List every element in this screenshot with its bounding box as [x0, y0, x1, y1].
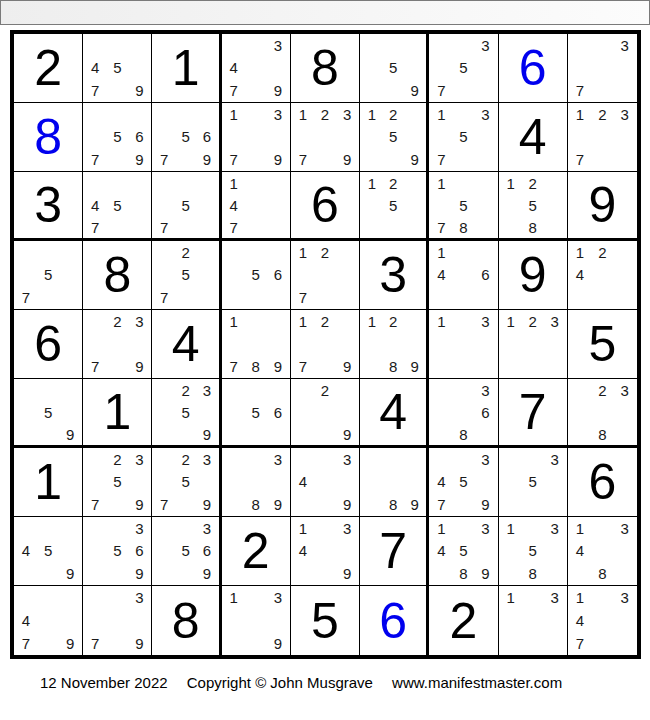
cell-r1c6[interactable]: 59 [360, 34, 429, 103]
pencil-mark-6 [474, 194, 496, 216]
cell-r6c9[interactable]: 238 [568, 379, 637, 448]
pencil-mark-9: 9 [267, 632, 289, 655]
cell-r7c4[interactable]: 389 [222, 448, 291, 517]
cell-r2c7[interactable]: 1357 [429, 103, 498, 172]
cell-r5c7[interactable]: 13 [429, 310, 498, 379]
pencil-mark-3: 3 [614, 103, 636, 126]
pencil-mark-8 [245, 216, 267, 238]
pencil-mark-5 [245, 57, 267, 80]
pencil-mark-1: 1 [223, 310, 245, 333]
pencil-mark-5: 5 [175, 126, 196, 149]
pencil-marks: 3569 [153, 517, 217, 585]
pencil-mark-2: 2 [591, 379, 613, 401]
pencil-mark-5 [106, 333, 128, 356]
pencil-mark-1: 1 [569, 517, 591, 540]
pencil-mark-3: 3 [474, 34, 496, 57]
pencil-mark-2 [591, 586, 613, 609]
pencil-mark-6 [128, 333, 150, 356]
pencil-mark-7: 7 [223, 148, 245, 171]
pencil-mark-5: 5 [175, 471, 196, 494]
pencil-mark-1 [500, 448, 522, 471]
given-digit: 8 [172, 596, 200, 646]
pencil-mark-2: 2 [314, 241, 336, 264]
pencil-mark-8 [452, 148, 474, 171]
pencil-mark-7 [430, 355, 452, 378]
pencil-mark-7 [430, 562, 452, 585]
pencil-marks: 479 [15, 586, 81, 655]
cell-r4c6[interactable]: 3 [360, 241, 429, 310]
cell-r3c7[interactable]: 1578 [429, 172, 498, 241]
pencil-mark-9 [614, 423, 636, 445]
pencil-mark-5: 5 [452, 540, 474, 563]
cell-r9c2[interactable]: 379 [83, 586, 152, 655]
pencil-mark-7: 7 [84, 493, 106, 516]
cell-r2c4[interactable]: 1379 [222, 103, 291, 172]
pencil-mark-3 [59, 241, 81, 264]
pencil-mark-7 [153, 562, 174, 585]
pencil-mark-9 [544, 562, 566, 585]
pencil-mark-7 [15, 562, 37, 585]
given-digit: 6 [34, 319, 62, 369]
pencil-marks: 1379 [223, 103, 289, 171]
pencil-mark-9 [196, 216, 217, 238]
pencil-mark-4 [500, 333, 522, 356]
pencil-mark-7 [223, 632, 245, 655]
pencil-mark-9: 9 [59, 632, 81, 655]
pencil-mark-6 [336, 333, 358, 356]
pencil-mark-9: 9 [336, 148, 358, 171]
pencil-mark-1: 1 [292, 103, 314, 126]
cell-r2c3[interactable]: 5679 [152, 103, 221, 172]
pencil-mark-5: 5 [106, 126, 128, 149]
pencil-mark-6 [267, 126, 289, 149]
pencil-marks: 368 [430, 379, 496, 445]
pencil-mark-1: 1 [361, 103, 382, 126]
cell-r4c5[interactable]: 127 [291, 241, 360, 310]
pencil-mark-1: 1 [361, 310, 382, 333]
pencil-mark-1 [15, 379, 37, 401]
pencil-marks: 1258 [500, 172, 566, 238]
cell-r6c6[interactable]: 4 [360, 379, 429, 448]
pencil-mark-6: 6 [196, 540, 217, 563]
cell-r8c1[interactable]: 459 [14, 517, 83, 586]
pencil-mark-4 [361, 194, 382, 216]
pencil-mark-2 [106, 172, 128, 194]
cell-r8c9[interactable]: 1348 [568, 517, 637, 586]
pencil-mark-7: 7 [430, 216, 452, 238]
pencil-mark-4 [500, 609, 522, 632]
pencil-mark-7: 7 [430, 79, 452, 102]
pencil-mark-3 [336, 379, 358, 401]
pencil-mark-2: 2 [522, 310, 544, 333]
cell-r7c1[interactable]: 1 [14, 448, 83, 517]
pencil-mark-9 [544, 355, 566, 378]
pencil-mark-5: 5 [37, 540, 59, 563]
entered-digit: 6 [519, 43, 547, 93]
cell-r5c8[interactable]: 123 [499, 310, 568, 379]
cell-r9c6[interactable]: 6 [360, 586, 429, 655]
pencil-mark-1: 1 [430, 517, 452, 540]
cell-r1c4[interactable]: 3479 [222, 34, 291, 103]
cell-r7c7[interactable]: 34579 [429, 448, 498, 517]
pencil-mark-2 [106, 586, 128, 609]
pencil-mark-1 [84, 586, 106, 609]
pencil-mark-8 [245, 423, 267, 445]
pencil-mark-3: 3 [614, 517, 636, 540]
pencil-mark-7 [292, 562, 314, 585]
pencil-mark-4 [430, 126, 452, 149]
pencil-mark-6 [474, 126, 496, 149]
pencil-mark-6 [128, 471, 150, 494]
pencil-mark-9: 9 [404, 79, 425, 102]
pencil-mark-6 [614, 264, 636, 287]
pencil-mark-2 [452, 517, 474, 540]
pencil-mark-2 [245, 172, 267, 194]
cell-r5c6[interactable]: 1289 [360, 310, 429, 379]
pencil-mark-6: 6 [128, 126, 150, 149]
cell-r5c9[interactable]: 5 [568, 310, 637, 379]
pencil-mark-8: 8 [591, 423, 613, 445]
pencil-mark-4 [15, 401, 37, 423]
pencil-marks: 29 [292, 379, 358, 445]
cell-r5c5[interactable]: 1279 [291, 310, 360, 379]
pencil-mark-7 [500, 355, 522, 378]
pencil-mark-3 [196, 241, 217, 264]
pencil-marks: 1578 [430, 172, 496, 238]
pencil-mark-9: 9 [59, 562, 81, 585]
pencil-mark-2 [452, 103, 474, 126]
given-digit: 2 [450, 596, 478, 646]
pencil-mark-9: 9 [267, 79, 289, 102]
pencil-marks: 389 [223, 448, 289, 516]
cell-r2c8[interactable]: 4 [499, 103, 568, 172]
pencil-mark-4 [223, 401, 245, 423]
pencil-mark-6 [544, 333, 566, 356]
given-digit: 6 [311, 180, 339, 230]
cell-r6c5[interactable]: 29 [291, 379, 360, 448]
pencil-mark-4 [15, 264, 37, 287]
pencil-mark-3: 3 [196, 379, 217, 401]
cell-r1c1[interactable]: 2 [14, 34, 83, 103]
pencil-mark-9 [59, 286, 81, 309]
pencil-mark-3 [128, 172, 150, 194]
pencil-mark-6 [267, 471, 289, 494]
pencil-mark-3: 3 [267, 34, 289, 57]
pencil-mark-3: 3 [267, 448, 289, 471]
pencil-mark-1: 1 [500, 586, 522, 609]
pencil-mark-6: 6 [474, 401, 496, 423]
pencil-marks: 57 [153, 172, 217, 238]
given-digit: 5 [588, 319, 616, 369]
pencil-mark-8 [452, 79, 474, 102]
cell-r3c3[interactable]: 57 [152, 172, 221, 241]
pencil-mark-9: 9 [196, 493, 217, 516]
pencil-mark-3 [404, 310, 425, 333]
cell-r9c4[interactable]: 139 [222, 586, 291, 655]
pencil-mark-3: 3 [614, 379, 636, 401]
footer-date: 12 November 2022 [40, 674, 168, 691]
pencil-mark-4 [361, 333, 382, 356]
pencil-mark-4 [153, 540, 174, 563]
pencil-mark-2: 2 [591, 103, 613, 126]
pencil-marks: 5679 [153, 103, 217, 171]
cell-r8c7[interactable]: 134589 [429, 517, 498, 586]
pencil-mark-1 [223, 241, 245, 264]
cell-r9c7[interactable]: 2 [429, 586, 498, 655]
pencil-mark-4: 4 [223, 57, 245, 80]
cell-r3c6[interactable]: 125 [360, 172, 429, 241]
pencil-mark-6 [404, 57, 425, 80]
cell-r6c2[interactable]: 1 [83, 379, 152, 448]
cell-r5c2[interactable]: 2379 [83, 310, 152, 379]
pencil-mark-1 [430, 34, 452, 57]
pencil-mark-5 [522, 609, 544, 632]
given-digit: 8 [311, 43, 339, 93]
pencil-mark-4: 4 [430, 264, 452, 287]
pencil-mark-2 [245, 586, 267, 609]
pencil-mark-8: 8 [452, 216, 474, 238]
pencil-mark-4 [223, 333, 245, 356]
pencil-mark-8 [314, 286, 336, 309]
pencil-mark-1: 1 [500, 517, 522, 540]
pencil-mark-7: 7 [292, 286, 314, 309]
pencil-mark-7 [15, 423, 37, 445]
cell-r4c1[interactable]: 57 [14, 241, 83, 310]
pencil-mark-2 [106, 517, 128, 540]
cell-r6c4[interactable]: 56 [222, 379, 291, 448]
pencil-mark-7 [292, 493, 314, 516]
pencil-mark-6 [267, 57, 289, 80]
pencil-mark-5: 5 [452, 57, 474, 80]
cell-r1c8[interactable]: 6 [499, 34, 568, 103]
pencil-mark-3: 3 [474, 517, 496, 540]
pencil-mark-1 [153, 241, 174, 264]
cell-r2c1[interactable]: 8 [14, 103, 83, 172]
cell-r4c4[interactable]: 56 [222, 241, 291, 310]
cell-r3c1[interactable]: 3 [14, 172, 83, 241]
pencil-mark-1: 1 [430, 172, 452, 194]
cell-r5c4[interactable]: 1789 [222, 310, 291, 379]
cell-r4c2[interactable]: 8 [83, 241, 152, 310]
given-digit: 4 [519, 112, 547, 162]
pencil-mark-8 [591, 79, 613, 102]
pencil-mark-1 [84, 448, 106, 471]
pencil-mark-3: 3 [336, 448, 358, 471]
pencil-mark-1 [15, 517, 37, 540]
pencil-mark-7: 7 [153, 216, 174, 238]
pencil-mark-4: 4 [15, 609, 37, 632]
pencil-marks: 23579 [153, 448, 217, 516]
pencil-mark-6 [196, 194, 217, 216]
cell-r3c5[interactable]: 6 [291, 172, 360, 241]
cell-r7c6[interactable]: 89 [360, 448, 429, 517]
cell-r8c8[interactable]: 1358 [499, 517, 568, 586]
entered-digit: 6 [379, 596, 407, 646]
cell-r7c3[interactable]: 23579 [152, 448, 221, 517]
pencil-mark-4 [361, 57, 382, 80]
pencil-mark-5 [591, 540, 613, 563]
pencil-mark-6 [336, 264, 358, 287]
pencil-mark-7: 7 [430, 493, 452, 516]
pencil-mark-1: 1 [569, 241, 591, 264]
pencil-marks: 3569 [84, 517, 150, 585]
cell-r8c6[interactable]: 7 [360, 517, 429, 586]
pencil-mark-9: 9 [336, 562, 358, 585]
pencil-mark-9: 9 [128, 493, 150, 516]
pencil-mark-6 [614, 57, 636, 80]
cell-r1c7[interactable]: 357 [429, 34, 498, 103]
cell-r4c3[interactable]: 257 [152, 241, 221, 310]
pencil-mark-2 [522, 448, 544, 471]
pencil-mark-3: 3 [544, 310, 566, 333]
pencil-mark-9 [544, 632, 566, 655]
pencil-mark-7: 7 [84, 79, 106, 102]
pencil-mark-2: 2 [106, 448, 128, 471]
cell-r3c2[interactable]: 457 [83, 172, 152, 241]
pencil-mark-1: 1 [569, 103, 591, 126]
pencil-marks: 1349 [292, 517, 358, 585]
pencil-mark-7 [569, 423, 591, 445]
pencil-mark-6 [404, 333, 425, 356]
cell-r6c1[interactable]: 59 [14, 379, 83, 448]
cell-r9c9[interactable]: 1347 [568, 586, 637, 655]
cell-r8c4[interactable]: 2 [222, 517, 291, 586]
pencil-mark-4 [500, 194, 522, 216]
footer-copyright: Copyright © John Musgrave [187, 674, 373, 691]
pencil-mark-6 [544, 471, 566, 494]
pencil-mark-5 [245, 471, 267, 494]
cell-r7c9[interactable]: 6 [568, 448, 637, 517]
cell-r6c3[interactable]: 2359 [152, 379, 221, 448]
pencil-mark-4 [223, 264, 245, 287]
pencil-mark-6 [336, 471, 358, 494]
pencil-marks: 59 [361, 34, 425, 102]
cell-r8c3[interactable]: 3569 [152, 517, 221, 586]
pencil-mark-2 [452, 172, 474, 194]
cell-r6c7[interactable]: 368 [429, 379, 498, 448]
pencil-mark-9 [614, 148, 636, 171]
cell-r9c1[interactable]: 479 [14, 586, 83, 655]
pencil-mark-3 [404, 34, 425, 57]
cell-r5c1[interactable]: 6 [14, 310, 83, 379]
cell-r6c8[interactable]: 7 [499, 379, 568, 448]
cell-r9c8[interactable]: 13 [499, 586, 568, 655]
pencil-mark-3 [196, 172, 217, 194]
pencil-mark-8 [37, 562, 59, 585]
pencil-mark-1 [223, 448, 245, 471]
pencil-mark-2: 2 [383, 103, 404, 126]
pencil-mark-6 [614, 540, 636, 563]
cell-r2c2[interactable]: 5679 [83, 103, 152, 172]
cell-r8c2[interactable]: 3569 [83, 517, 152, 586]
pencil-mark-6 [474, 540, 496, 563]
pencil-mark-6 [59, 540, 81, 563]
cell-r7c8[interactable]: 35 [499, 448, 568, 517]
pencil-mark-4: 4 [223, 194, 245, 216]
pencil-mark-6 [336, 126, 358, 149]
pencil-mark-4 [430, 333, 452, 356]
cell-r8c5[interactable]: 1349 [291, 517, 360, 586]
pencil-mark-2 [383, 34, 404, 57]
cell-r2c5[interactable]: 12379 [291, 103, 360, 172]
cell-r1c5[interactable]: 8 [291, 34, 360, 103]
pencil-marks: 127 [292, 241, 358, 309]
pencil-mark-3: 3 [128, 448, 150, 471]
pencil-mark-2 [452, 241, 474, 264]
pencil-mark-8 [245, 148, 267, 171]
pencil-mark-7 [569, 562, 591, 585]
pencil-mark-6 [59, 401, 81, 423]
pencil-mark-7: 7 [569, 79, 591, 102]
given-digit: 4 [379, 387, 407, 437]
pencil-mark-8 [106, 79, 128, 102]
pencil-mark-2: 2 [175, 448, 196, 471]
pencil-mark-9: 9 [128, 355, 150, 378]
pencil-mark-1: 1 [569, 586, 591, 609]
pencil-mark-4 [84, 471, 106, 494]
cell-r3c8[interactable]: 1258 [499, 172, 568, 241]
cell-r3c4[interactable]: 147 [222, 172, 291, 241]
pencil-mark-2 [591, 34, 613, 57]
pencil-marks: 13 [430, 310, 496, 378]
cell-r1c9[interactable]: 37 [568, 34, 637, 103]
pencil-mark-8 [522, 355, 544, 378]
pencil-mark-3 [59, 379, 81, 401]
pencil-mark-4: 4 [569, 264, 591, 287]
cell-r7c2[interactable]: 23579 [83, 448, 152, 517]
cell-r2c9[interactable]: 1237 [568, 103, 637, 172]
pencil-mark-4: 4 [430, 471, 452, 494]
cell-r5c3[interactable]: 4 [152, 310, 221, 379]
cell-r1c2[interactable]: 4579 [83, 34, 152, 103]
pencil-mark-3: 3 [544, 586, 566, 609]
pencil-mark-6 [614, 401, 636, 423]
cell-r2c6[interactable]: 1259 [360, 103, 429, 172]
pencil-mark-1: 1 [223, 103, 245, 126]
pencil-mark-7 [84, 562, 106, 585]
pencil-mark-1 [15, 586, 37, 609]
cell-r9c3[interactable]: 8 [152, 586, 221, 655]
pencil-mark-8 [245, 286, 267, 309]
pencil-mark-3 [404, 448, 425, 471]
pencil-mark-9 [614, 286, 636, 309]
cell-r4c7[interactable]: 146 [429, 241, 498, 310]
pencil-mark-8: 8 [245, 355, 267, 378]
given-digit: 1 [103, 387, 131, 437]
pencil-mark-1: 1 [292, 241, 314, 264]
pencil-mark-4: 4 [292, 540, 314, 563]
pencil-mark-9: 9 [404, 148, 425, 171]
pencil-mark-4 [569, 401, 591, 423]
cell-r4c9[interactable]: 124 [568, 241, 637, 310]
pencil-mark-8 [37, 423, 59, 445]
pencil-mark-7: 7 [292, 355, 314, 378]
pencil-marks: 257 [153, 241, 217, 309]
pencil-mark-2 [452, 310, 474, 333]
cell-r9c5[interactable]: 5 [291, 586, 360, 655]
pencil-mark-1 [569, 34, 591, 57]
pencil-mark-7 [361, 493, 382, 516]
cell-r3c9[interactable]: 9 [568, 172, 637, 241]
cell-r1c3[interactable]: 1 [152, 34, 221, 103]
pencil-mark-9 [474, 148, 496, 171]
pencil-mark-9: 9 [196, 148, 217, 171]
cell-r4c8[interactable]: 9 [499, 241, 568, 310]
pencil-mark-7: 7 [84, 216, 106, 238]
pencil-mark-3: 3 [544, 517, 566, 540]
pencil-mark-7: 7 [153, 148, 174, 171]
cell-r7c5[interactable]: 349 [291, 448, 360, 517]
